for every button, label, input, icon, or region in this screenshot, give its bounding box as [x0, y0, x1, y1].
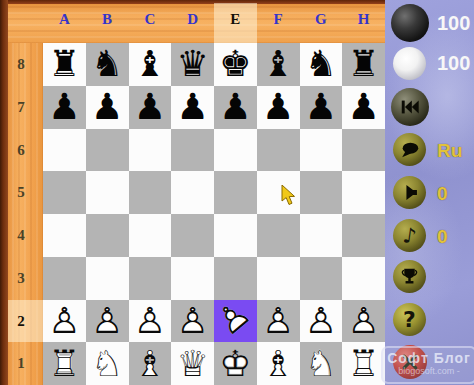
black-bishop: ♝ — [129, 43, 172, 86]
language-value: Ru — [437, 140, 462, 162]
square-b4[interactable] — [86, 214, 129, 257]
rewind-icon[interactable] — [391, 88, 429, 126]
square-a8[interactable]: ♜ — [43, 43, 86, 86]
white-pawn: ♟♙ — [257, 300, 300, 343]
rank-label-3: 3 — [4, 257, 38, 300]
black-bishop: ♝ — [257, 43, 300, 86]
square-b6[interactable] — [86, 129, 129, 172]
square-c6[interactable] — [129, 129, 172, 172]
white-pawn: ♟♙ — [86, 300, 129, 343]
square-b5[interactable] — [86, 171, 129, 214]
square-f7[interactable]: ♟ — [257, 86, 300, 129]
square-a7[interactable]: ♟ — [43, 86, 86, 129]
file-label-e: E — [214, 6, 257, 32]
square-d1[interactable]: ♛♕ — [171, 342, 214, 385]
square-b7[interactable]: ♟ — [86, 86, 129, 129]
square-h3[interactable] — [342, 257, 385, 300]
square-a4[interactable] — [43, 214, 86, 257]
board: ♜♞♝♛♚♝♞♜♟♟♟♟♟♟♟♟♟♙♟♙♟♙♟♙♟♙♟♙♟♙♟♙♜♖♞♘♝♗♛♕… — [43, 43, 385, 385]
square-c5[interactable] — [129, 171, 172, 214]
black-ball-icon — [391, 4, 429, 42]
square-e4[interactable] — [214, 214, 257, 257]
question-mark-icon[interactable]: ? — [393, 303, 426, 336]
white-knight: ♞♘ — [300, 342, 343, 385]
music-note-icon[interactable]: ♪ — [393, 219, 426, 252]
file-label-d: D — [171, 6, 214, 32]
file-label-h: H — [342, 6, 385, 32]
square-e6[interactable] — [214, 129, 257, 172]
square-h4[interactable] — [342, 214, 385, 257]
trophy-icon[interactable] — [393, 260, 426, 293]
rank-label-8: 8 — [4, 43, 38, 86]
square-d3[interactable] — [171, 257, 214, 300]
black-pawn: ♟ — [342, 86, 385, 129]
square-g1[interactable]: ♞♘ — [300, 342, 343, 385]
square-h7[interactable]: ♟ — [342, 86, 385, 129]
close-icon[interactable] — [393, 345, 427, 379]
square-a2[interactable]: ♟♙ — [43, 300, 86, 343]
black-score-value: 100 — [437, 12, 470, 35]
black-pawn: ♟ — [257, 86, 300, 129]
square-f3[interactable] — [257, 257, 300, 300]
white-rook: ♜♖ — [43, 342, 86, 385]
square-d7[interactable]: ♟ — [171, 86, 214, 129]
square-g8[interactable]: ♞ — [300, 43, 343, 86]
white-pawn: ♟♙ — [342, 300, 385, 343]
file-label-c: C — [129, 6, 172, 32]
square-f4[interactable] — [257, 214, 300, 257]
square-g4[interactable] — [300, 214, 343, 257]
square-e1[interactable]: ♚♔ — [214, 342, 257, 385]
square-d8[interactable]: ♛ — [171, 43, 214, 86]
square-b8[interactable]: ♞ — [86, 43, 129, 86]
rank-label-6: 6 — [4, 129, 38, 172]
square-h1[interactable]: ♜♖ — [342, 342, 385, 385]
sound-value: 0 — [437, 183, 448, 205]
square-b2[interactable]: ♟♙ — [86, 300, 129, 343]
file-label-f: F — [257, 6, 300, 32]
square-c8[interactable]: ♝ — [129, 43, 172, 86]
frame-edge-top — [0, 0, 385, 4]
square-c7[interactable]: ♟ — [129, 86, 172, 129]
black-pawn: ♟ — [300, 86, 343, 129]
square-e2[interactable]: ♟♙ — [214, 300, 257, 343]
rank-label-5: 5 — [4, 171, 38, 214]
square-c3[interactable] — [129, 257, 172, 300]
square-a3[interactable] — [43, 257, 86, 300]
square-c2[interactable]: ♟♙ — [129, 300, 172, 343]
file-label-a: A — [43, 6, 86, 32]
square-d5[interactable] — [171, 171, 214, 214]
black-pawn: ♟ — [214, 86, 257, 129]
black-pawn: ♟ — [171, 86, 214, 129]
square-e5[interactable] — [214, 171, 257, 214]
square-h5[interactable] — [342, 171, 385, 214]
file-label-b: B — [86, 6, 129, 32]
square-e7[interactable]: ♟ — [214, 86, 257, 129]
file-label-g: G — [300, 6, 343, 32]
rank-label-2: 2 — [4, 300, 38, 343]
square-d4[interactable] — [171, 214, 214, 257]
chess-app-window: ABCDEFGH87654321 ♜♞♝♛♚♝♞♜♟♟♟♟♟♟♟♟♟♙♟♙♟♙♟… — [0, 0, 474, 385]
black-knight: ♞ — [86, 43, 129, 86]
black-queen: ♛ — [171, 43, 214, 86]
square-a1[interactable]: ♜♖ — [43, 342, 86, 385]
square-e8[interactable]: ♚ — [214, 43, 257, 86]
music-value: 0 — [437, 226, 448, 248]
black-knight: ♞ — [300, 43, 343, 86]
white-queen: ♛♕ — [171, 342, 214, 385]
square-g3[interactable] — [300, 257, 343, 300]
white-bishop: ♝♗ — [257, 342, 300, 385]
mouse-cursor — [281, 185, 297, 206]
black-rook: ♜ — [43, 43, 86, 86]
white-score-value: 100 — [437, 52, 470, 75]
speaker-icon[interactable] — [393, 176, 426, 209]
square-g5[interactable] — [300, 171, 343, 214]
rank-label-7: 7 — [4, 86, 38, 129]
speech-bubble-icon[interactable] — [393, 133, 426, 166]
square-c4[interactable] — [129, 214, 172, 257]
black-pawn: ♟ — [86, 86, 129, 129]
rank-label-4: 4 — [4, 214, 38, 257]
sidebar: 100 100 Ru — [385, 0, 474, 385]
black-rook: ♜ — [342, 43, 385, 86]
square-h8[interactable]: ♜ — [342, 43, 385, 86]
square-d6[interactable] — [171, 129, 214, 172]
rank-label-1: 1 — [4, 342, 38, 385]
square-f8[interactable]: ♝ — [257, 43, 300, 86]
white-ball-icon — [393, 47, 426, 80]
square-g2[interactable]: ♟♙ — [300, 300, 343, 343]
square-f1[interactable]: ♝♗ — [257, 342, 300, 385]
white-bishop: ♝♗ — [129, 342, 172, 385]
square-f2[interactable]: ♟♙ — [257, 300, 300, 343]
black-pawn: ♟ — [43, 86, 86, 129]
square-a6[interactable] — [43, 129, 86, 172]
square-h2[interactable]: ♟♙ — [342, 300, 385, 343]
black-king: ♚ — [214, 43, 257, 86]
black-pawn: ♟ — [129, 86, 172, 129]
square-a5[interactable] — [43, 171, 86, 214]
square-h6[interactable] — [342, 129, 385, 172]
white-pawn: ♟♙ — [300, 300, 343, 343]
white-knight: ♞♘ — [86, 342, 129, 385]
white-pawn: ♟♙ — [43, 300, 86, 343]
square-f6[interactable] — [257, 129, 300, 172]
square-g7[interactable]: ♟ — [300, 86, 343, 129]
square-b1[interactable]: ♞♘ — [86, 342, 129, 385]
white-king: ♚♔ — [214, 342, 257, 385]
white-rook: ♜♖ — [342, 342, 385, 385]
white-pawn: ♟♙ — [129, 300, 172, 343]
square-c1[interactable]: ♝♗ — [129, 342, 172, 385]
square-b3[interactable] — [86, 257, 129, 300]
square-g6[interactable] — [300, 129, 343, 172]
